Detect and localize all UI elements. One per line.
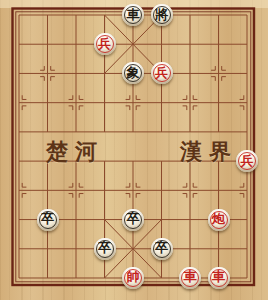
piece-black-soldier[interactable]: 卒 (122, 209, 144, 231)
piece-label: 卒 (94, 238, 116, 260)
piece-black-chariot[interactable]: 車 (122, 4, 144, 26)
piece-black-soldier[interactable]: 卒 (94, 238, 116, 260)
piece-red-chariot[interactable]: 車 (179, 267, 201, 289)
piece-label: 帥 (122, 267, 144, 289)
piece-label: 卒 (151, 238, 173, 260)
piece-label: 將 (151, 4, 173, 26)
piece-red-cannon[interactable]: 炮 (208, 209, 230, 231)
piece-label: 兵 (94, 33, 116, 55)
piece-black-general[interactable]: 將 (151, 4, 173, 26)
piece-black-elephant[interactable]: 象 (122, 62, 144, 84)
piece-red-chariot[interactable]: 車 (208, 267, 230, 289)
piece-label: 炮 (208, 209, 230, 231)
piece-red-soldier[interactable]: 兵 (94, 33, 116, 55)
piece-label: 象 (122, 62, 144, 84)
piece-label: 兵 (236, 150, 258, 172)
piece-black-soldier[interactable]: 卒 (37, 209, 59, 231)
piece-red-soldier[interactable]: 兵 (151, 62, 173, 84)
piece-label: 車 (179, 267, 201, 289)
xiangqi-board: 楚河 漢界 車將兵象兵兵卒卒炮卒卒帥車車 (0, 0, 268, 300)
piece-label: 卒 (122, 209, 144, 231)
board-grid[interactable] (0, 0, 268, 300)
piece-label: 卒 (37, 209, 59, 231)
piece-black-soldier[interactable]: 卒 (151, 238, 173, 260)
piece-red-general[interactable]: 帥 (122, 267, 144, 289)
piece-red-soldier[interactable]: 兵 (236, 150, 258, 172)
piece-label: 車 (208, 267, 230, 289)
piece-label: 車 (122, 4, 144, 26)
piece-label: 兵 (151, 62, 173, 84)
